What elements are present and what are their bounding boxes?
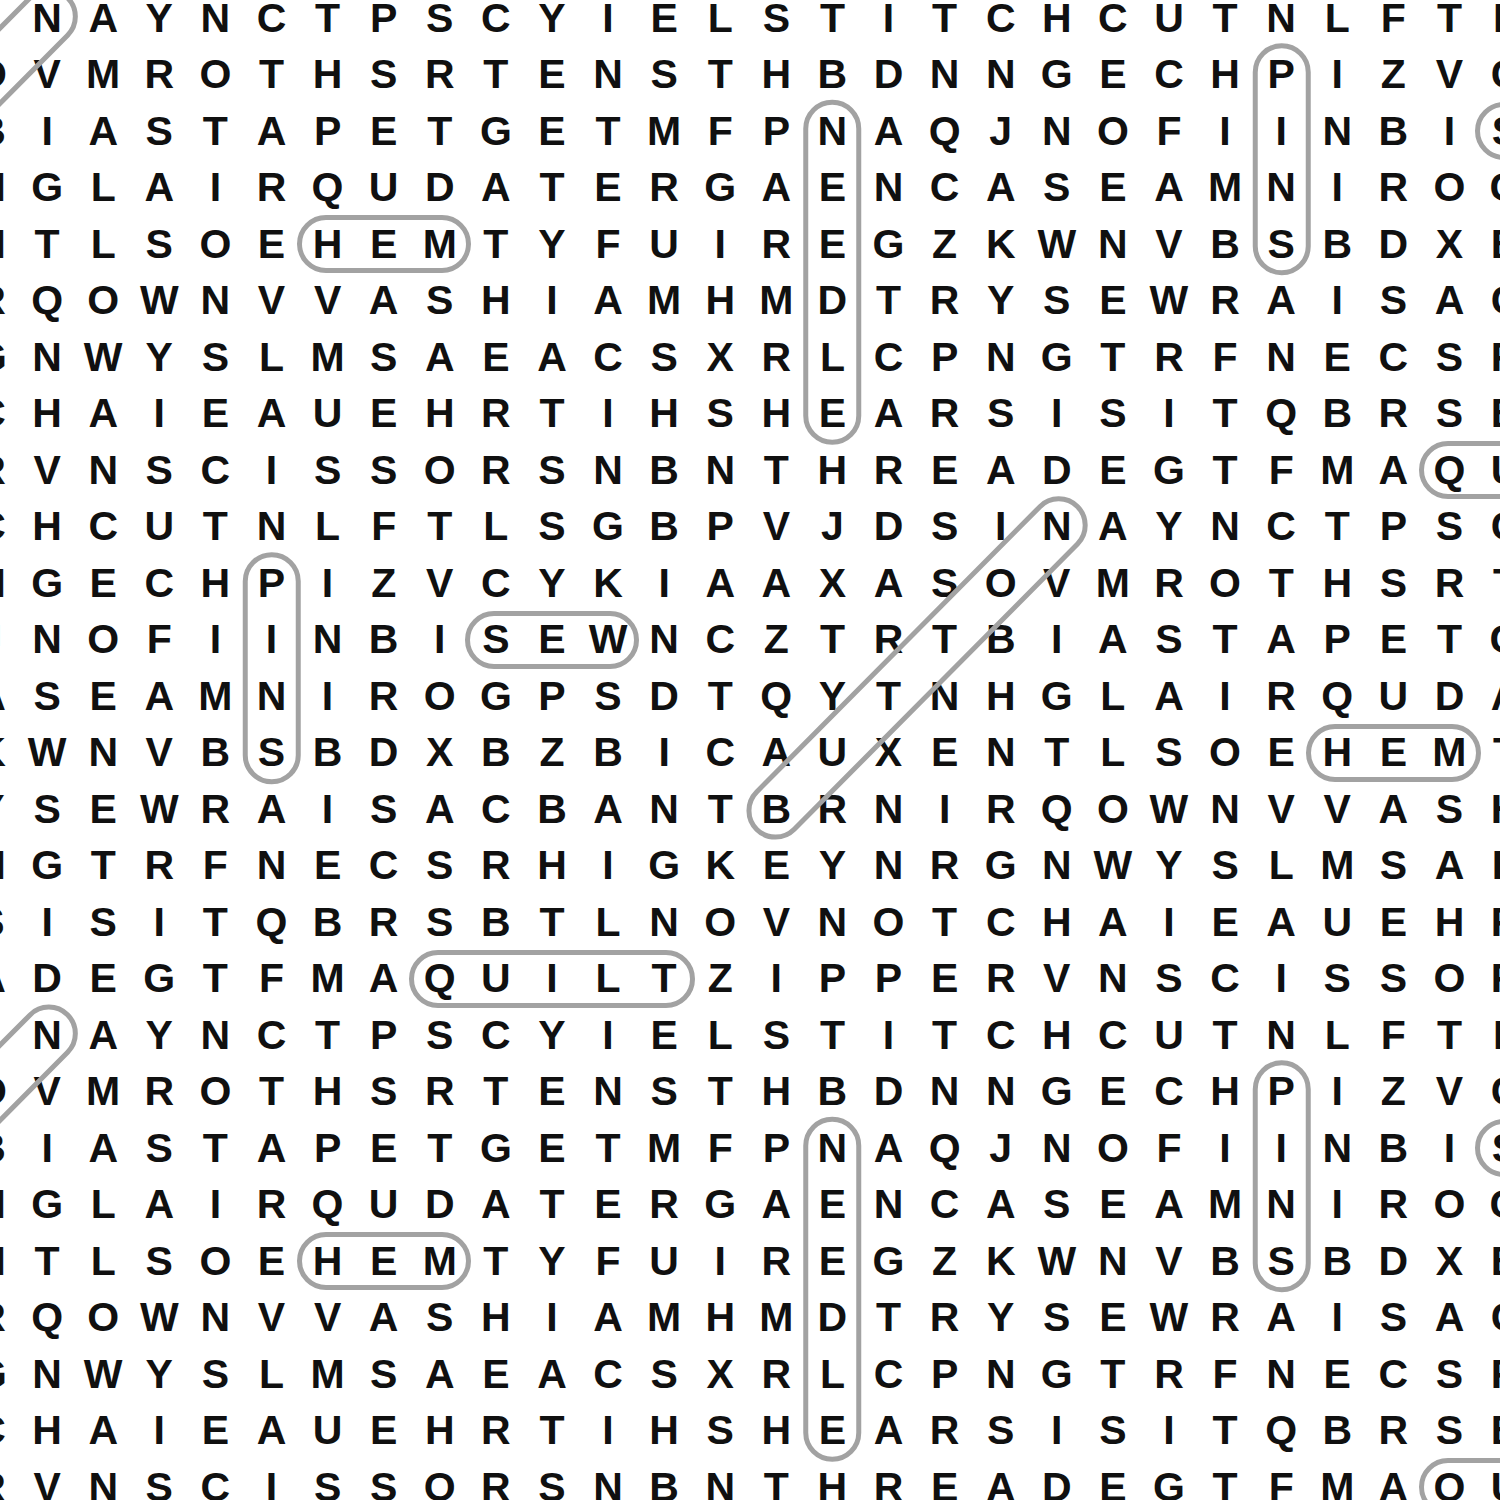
grid-cell-r4-c7: U [356, 159, 412, 216]
grid-cell-r2-c25: Z [1365, 46, 1421, 103]
grid-cell-r20-c7: S [356, 1063, 412, 1120]
grid-cell-r19-c25: F [1365, 1007, 1421, 1064]
grid-cell-r10-c1: H [19, 498, 75, 555]
grid-cell-r24-c16: T [860, 1289, 916, 1346]
grid-cell-r8-c23: Q [1253, 385, 1309, 442]
grid-cell-r21-c19: N [1029, 1120, 1085, 1177]
grid-cell-r21-c1: I [19, 1120, 75, 1177]
grid-cell-r14-c21: S [1141, 724, 1197, 781]
grid-cell-r12-c20: A [1085, 611, 1141, 668]
grid-cell-r10-c3: U [131, 498, 187, 555]
grid-cell-r12-c6: N [300, 611, 356, 668]
grid-cell-r18-c21: S [1141, 950, 1197, 1007]
grid-cell-r21-c16: A [860, 1120, 916, 1177]
grid-cell-r11-c15: X [804, 555, 860, 612]
grid-cell-r23-c24: B [1309, 1233, 1365, 1290]
grid-cell-r21-c26: I [1421, 1120, 1477, 1177]
grid-cell-r11-c14: A [748, 555, 804, 612]
grid-cell-r6-c14: M [748, 272, 804, 329]
grid-cell-r17-c13: O [692, 894, 748, 951]
grid-cell-r22-c11: E [580, 1176, 636, 1233]
grid-cell-r25-c17: P [917, 1346, 973, 1403]
grid-cell-r23-c21: V [1141, 1233, 1197, 1290]
grid-cell-r23-c17: Z [917, 1233, 973, 1290]
grid-cell-r12-c26: T [1421, 611, 1477, 668]
grid-cell-r17-c12: N [636, 894, 692, 951]
grid-cell-r27-c7: S [356, 1459, 412, 1500]
grid-cell-r17-c22: E [1197, 894, 1253, 951]
grid-cell-r23-c7: E [356, 1233, 412, 1290]
grid-cell-r16-c18: G [973, 837, 1029, 894]
grid-cell-r22-c23: N [1253, 1176, 1309, 1233]
grid-cell-r2-c21: C [1141, 46, 1197, 103]
grid-cell-r7-c18: N [973, 329, 1029, 386]
grid-cell-r10-c22: N [1197, 498, 1253, 555]
grid-cell-r19-c17: T [917, 1007, 973, 1064]
grid-cell-r5-c20: N [1085, 216, 1141, 273]
grid-cell-r14-c25: E [1365, 724, 1421, 781]
grid-cell-r6-c27: C [1477, 272, 1500, 329]
grid-cell-r21-c18: J [973, 1120, 1029, 1177]
grid-cell-r8-c3: I [131, 385, 187, 442]
grid-cell-r13-c12: D [636, 668, 692, 725]
grid-cell-r9-c15: H [804, 442, 860, 499]
grid-cell-r8-c9: R [468, 385, 524, 442]
grid-cell-r26-c0: C [0, 1402, 19, 1459]
grid-cell-r22-c21: A [1141, 1176, 1197, 1233]
grid-cell-r20-c12: S [636, 1063, 692, 1120]
grid-cell-r7-c6: M [300, 329, 356, 386]
grid-cell-r19-c22: T [1197, 1007, 1253, 1064]
grid-cell-r8-c11: I [580, 385, 636, 442]
grid-cell-r9-c9: R [468, 442, 524, 499]
grid-cell-r19-c6: T [300, 1007, 356, 1064]
grid-cell-r6-c9: H [468, 272, 524, 329]
grid-cell-r1-c17: T [917, 0, 973, 46]
grid-cell-r6-c25: S [1365, 272, 1421, 329]
grid-cell-r1-c11: I [580, 0, 636, 46]
grid-cell-r14-c26: M [1421, 724, 1477, 781]
grid-cell-r6-c13: H [692, 272, 748, 329]
grid-cell-r26-c7: E [356, 1402, 412, 1459]
grid-cell-r27-c8: O [412, 1459, 468, 1500]
grid-cell-r6-c21: W [1141, 272, 1197, 329]
grid-cell-r6-c24: I [1309, 272, 1365, 329]
grid-cell-r25-c11: C [580, 1346, 636, 1403]
grid-cell-r22-c3: A [131, 1176, 187, 1233]
grid-cell-r22-c1: G [19, 1176, 75, 1233]
grid-cell-r24-c3: W [131, 1289, 187, 1346]
grid-cell-r2-c1: V [19, 46, 75, 103]
grid-cell-r24-c25: S [1365, 1289, 1421, 1346]
grid-cell-r11-c6: I [300, 555, 356, 612]
grid-cell-r5-c0: N [0, 216, 19, 273]
grid-cell-r2-c9: T [468, 46, 524, 103]
grid-cell-r20-c0: O [0, 1063, 19, 1120]
grid-cell-r15-c25: A [1365, 781, 1421, 838]
grid-cell-r22-c15: E [804, 1176, 860, 1233]
grid-cell-r20-c14: H [748, 1063, 804, 1120]
grid-cell-r27-c5: I [243, 1459, 299, 1500]
grid-cell-r11-c26: R [1421, 555, 1477, 612]
grid-cell-r9-c14: T [748, 442, 804, 499]
grid-cell-r3-c1: I [19, 103, 75, 160]
grid-cell-r13-c13: T [692, 668, 748, 725]
grid-cell-r12-c18: B [973, 611, 1029, 668]
grid-cell-r1-c24: L [1309, 0, 1365, 46]
grid-cell-r13-c1: S [19, 668, 75, 725]
grid-cell-r23-c1: T [19, 1233, 75, 1290]
grid-cell-r9-c20: E [1085, 442, 1141, 499]
grid-cell-r26-c22: T [1197, 1402, 1253, 1459]
grid-cell-r10-c17: S [917, 498, 973, 555]
grid-cell-r16-c17: R [917, 837, 973, 894]
grid-cell-r17-c5: Q [243, 894, 299, 951]
grid-cell-r12-c3: F [131, 611, 187, 668]
grid-cell-r12-c14: Z [748, 611, 804, 668]
grid-cell-r8-c10: T [524, 385, 580, 442]
grid-cell-r25-c8: A [412, 1346, 468, 1403]
grid-cell-r23-c12: U [636, 1233, 692, 1290]
grid-cell-r23-c25: D [1365, 1233, 1421, 1290]
grid-cell-r2-c15: B [804, 46, 860, 103]
grid-cell-r10-c9: L [468, 498, 524, 555]
grid-cell-r4-c4: I [187, 159, 243, 216]
grid-cell-r27-c16: R [860, 1459, 916, 1500]
grid-cell-r12-c19: I [1029, 611, 1085, 668]
grid-cell-r18-c2: E [75, 950, 131, 1007]
grid-cell-r25-c20: T [1085, 1346, 1141, 1403]
grid-cell-r17-c0: S [0, 894, 19, 951]
grid-cell-r12-c25: E [1365, 611, 1421, 668]
grid-cell-r16-c2: T [75, 837, 131, 894]
grid-cell-r18-c19: V [1029, 950, 1085, 1007]
grid-cell-r9-c7: S [356, 442, 412, 499]
grid-cell-r14-c0: K [0, 724, 19, 781]
grid-cell-r18-c14: I [748, 950, 804, 1007]
grid-cell-r14-c23: E [1253, 724, 1309, 781]
grid-cell-r13-c14: Q [748, 668, 804, 725]
grid-cell-r22-c19: S [1029, 1176, 1085, 1233]
grid-cell-r13-c22: I [1197, 668, 1253, 725]
grid-cell-r11-c11: K [580, 555, 636, 612]
grid-cell-r20-c27: C [1477, 1063, 1500, 1120]
grid-cell-r12-c2: O [75, 611, 131, 668]
grid-cell-r25-c1: N [19, 1346, 75, 1403]
grid-cell-r2-c8: R [412, 46, 468, 103]
grid-cell-r8-c27: B [1477, 385, 1500, 442]
grid-cell-r9-c25: A [1365, 442, 1421, 499]
grid-cell-r4-c19: S [1029, 159, 1085, 216]
grid-cell-r6-c22: R [1197, 272, 1253, 329]
grid-cell-r3-c27: S [1477, 103, 1500, 160]
grid-cell-r20-c1: V [19, 1063, 75, 1120]
grid-cell-r16-c5: N [243, 837, 299, 894]
grid-cell-r12-c1: N [19, 611, 75, 668]
grid-cell-r7-c17: P [917, 329, 973, 386]
grid-cell-r22-c17: C [917, 1176, 973, 1233]
grid-cell-r15-c6: I [300, 781, 356, 838]
grid-cell-r22-c12: R [636, 1176, 692, 1233]
grid-cell-r15-c19: Q [1029, 781, 1085, 838]
grid-cell-r21-c27: S [1477, 1120, 1500, 1177]
grid-cell-r24-c21: W [1141, 1289, 1197, 1346]
grid-cell-r26-c25: R [1365, 1402, 1421, 1459]
grid-cell-r1-c25: F [1365, 0, 1421, 46]
grid-cell-r5-c2: L [75, 216, 131, 273]
grid-cell-r11-c7: Z [356, 555, 412, 612]
grid-cell-r26-c8: H [412, 1402, 468, 1459]
grid-cell-r4-c16: N [860, 159, 916, 216]
grid-cell-r23-c26: X [1421, 1233, 1477, 1290]
grid-cell-r5-c1: T [19, 216, 75, 273]
grid-cell-r18-c5: F [243, 950, 299, 1007]
grid-cell-r8-c25: R [1365, 385, 1421, 442]
grid-cell-r10-c7: F [356, 498, 412, 555]
grid-cell-r23-c27: B [1477, 1233, 1500, 1290]
grid-cell-r16-c4: F [187, 837, 243, 894]
grid-cell-r8-c15: E [804, 385, 860, 442]
grid-cell-r7-c27: R [1477, 329, 1500, 386]
grid-cell-r8-c5: A [243, 385, 299, 442]
grid-cell-r15-c15: R [804, 781, 860, 838]
grid-cell-r24-c7: A [356, 1289, 412, 1346]
grid-cell-r20-c21: C [1141, 1063, 1197, 1120]
grid-cell-r8-c16: A [860, 385, 916, 442]
grid-cell-r25-c14: R [748, 1346, 804, 1403]
grid-cell-r24-c24: I [1309, 1289, 1365, 1346]
grid-cell-r20-c15: B [804, 1063, 860, 1120]
grid-cell-r3-c12: M [636, 103, 692, 160]
grid-cell-r3-c17: Q [917, 103, 973, 160]
grid-cell-r14-c16: X [860, 724, 916, 781]
grid-cell-r6-c17: R [917, 272, 973, 329]
grid-cell-r19-c1: N [19, 1007, 75, 1064]
grid-cell-r11-c23: T [1253, 555, 1309, 612]
grid-cell-r21-c25: B [1365, 1120, 1421, 1177]
grid-cell-r21-c0: B [0, 1120, 19, 1177]
grid-cell-r9-c2: N [75, 442, 131, 499]
grid-cell-r21-c8: T [412, 1120, 468, 1177]
grid-cell-r26-c12: H [636, 1402, 692, 1459]
grid-cell-r2-c2: M [75, 46, 131, 103]
grid-cell-r6-c0: R [0, 272, 19, 329]
grid-cell-r17-c21: I [1141, 894, 1197, 951]
grid-cell-r12-c4: I [187, 611, 243, 668]
grid-cell-r14-c13: C [692, 724, 748, 781]
grid-cell-r12-c23: A [1253, 611, 1309, 668]
grid-cell-r1-c5: C [243, 0, 299, 46]
grid-cell-r17-c23: A [1253, 894, 1309, 951]
grid-cell-r5-c26: X [1421, 216, 1477, 273]
grid-cell-r9-c17: E [917, 442, 973, 499]
grid-cell-r7-c21: R [1141, 329, 1197, 386]
grid-cell-r27-c17: E [917, 1459, 973, 1500]
grid-cell-r12-c7: B [356, 611, 412, 668]
grid-cell-r20-c25: Z [1365, 1063, 1421, 1120]
grid-cell-r15-c3: W [131, 781, 187, 838]
grid-cell-r2-c0: O [0, 46, 19, 103]
grid-cell-r6-c8: S [412, 272, 468, 329]
grid-cell-r21-c15: N [804, 1120, 860, 1177]
grid-cell-r1-c20: C [1085, 0, 1141, 46]
grid-cell-r5-c12: U [636, 216, 692, 273]
grid-cell-r6-c5: V [243, 272, 299, 329]
grid-cell-r25-c7: S [356, 1346, 412, 1403]
grid-cell-r26-c2: A [75, 1402, 131, 1459]
grid-cell-r26-c15: E [804, 1402, 860, 1459]
grid-cell-r24-c2: O [75, 1289, 131, 1346]
grid-cell-r24-c11: A [580, 1289, 636, 1346]
grid-cell-r4-c11: E [580, 159, 636, 216]
grid-cell-r4-c21: A [1141, 159, 1197, 216]
grid-cell-r16-c13: K [692, 837, 748, 894]
grid-cell-r11-c24: H [1309, 555, 1365, 612]
grid-cell-r17-c20: A [1085, 894, 1141, 951]
grid-cell-r19-c14: S [748, 1007, 804, 1064]
grid-cell-r5-c9: T [468, 216, 524, 273]
grid-cell-r13-c23: R [1253, 668, 1309, 725]
grid-cell-r21-c5: A [243, 1120, 299, 1177]
grid-cell-r26-c11: I [580, 1402, 636, 1459]
grid-cell-r18-c8: Q [412, 950, 468, 1007]
grid-cell-r26-c4: E [187, 1402, 243, 1459]
grid-cell-r10-c25: P [1365, 498, 1421, 555]
grid-cell-r13-c26: D [1421, 668, 1477, 725]
grid-cell-r25-c19: G [1029, 1346, 1085, 1403]
grid-cell-r1-c26: T [1421, 0, 1477, 46]
grid-cell-r22-c10: T [524, 1176, 580, 1233]
grid-cell-r9-c26: Q [1421, 442, 1477, 499]
grid-cell-r1-c12: E [636, 0, 692, 46]
grid-cell-r15-c18: R [973, 781, 1029, 838]
grid-cell-r27-c10: S [524, 1459, 580, 1500]
grid-cell-r10-c0: C [0, 498, 19, 555]
grid-cell-r26-c1: H [19, 1402, 75, 1459]
grid-cell-r5-c14: R [748, 216, 804, 273]
grid-cell-r11-c3: C [131, 555, 187, 612]
grid-cell-r16-c24: M [1309, 837, 1365, 894]
grid-cell-r25-c27: R [1477, 1346, 1500, 1403]
grid-cell-r17-c1: I [19, 894, 75, 951]
grid-cell-r9-c1: V [19, 442, 75, 499]
grid-cell-r21-c13: F [692, 1120, 748, 1177]
grid-cell-r8-c6: U [300, 385, 356, 442]
grid-cell-r23-c19: W [1029, 1233, 1085, 1290]
grid-cell-r8-c13: S [692, 385, 748, 442]
grid-cell-r7-c16: C [860, 329, 916, 386]
grid-cell-r24-c12: M [636, 1289, 692, 1346]
grid-cell-r9-c8: O [412, 442, 468, 499]
grid-cell-r21-c6: P [300, 1120, 356, 1177]
grid-cell-r2-c23: P [1253, 46, 1309, 103]
grid-cell-r6-c26: A [1421, 272, 1477, 329]
grid-cell-r9-c23: F [1253, 442, 1309, 499]
grid-cell-r14-c2: N [75, 724, 131, 781]
grid-cell-r3-c0: B [0, 103, 19, 160]
grid-cell-r19-c7: P [356, 1007, 412, 1064]
grid-cell-r27-c21: G [1141, 1459, 1197, 1500]
grid-cell-r10-c6: L [300, 498, 356, 555]
grid-cell-r10-c21: Y [1141, 498, 1197, 555]
grid-cell-r27-c0: R [0, 1459, 19, 1500]
grid-cell-r16-c3: R [131, 837, 187, 894]
grid-cell-r22-c5: R [243, 1176, 299, 1233]
grid-cell-r5-c13: I [692, 216, 748, 273]
grid-cell-r26-c3: I [131, 1402, 187, 1459]
grid-cell-r4-c18: A [973, 159, 1029, 216]
grid-cell-r23-c13: I [692, 1233, 748, 1290]
grid-cell-r2-c16: D [860, 46, 916, 103]
grid-cell-r5-c18: K [973, 216, 1029, 273]
grid-cell-r10-c10: S [524, 498, 580, 555]
grid-cell-r23-c2: L [75, 1233, 131, 1290]
grid-cell-r17-c27: R [1477, 894, 1500, 951]
grid-cell-r2-c12: S [636, 46, 692, 103]
grid-cell-r10-c18: I [973, 498, 1029, 555]
grid-cell-r19-c2: A [75, 1007, 131, 1064]
grid-cell-r25-c9: E [468, 1346, 524, 1403]
grid-cell-r21-c9: G [468, 1120, 524, 1177]
grid-cell-r3-c2: A [75, 103, 131, 160]
grid-cell-r21-c3: S [131, 1120, 187, 1177]
grid-cell-r5-c16: G [860, 216, 916, 273]
grid-cell-r2-c14: H [748, 46, 804, 103]
grid-cell-r20-c6: H [300, 1063, 356, 1120]
grid-cell-r26-c9: R [468, 1402, 524, 1459]
grid-cell-r6-c6: V [300, 272, 356, 329]
grid-cell-r15-c4: R [187, 781, 243, 838]
grid-cell-r14-c15: U [804, 724, 860, 781]
grid-cell-r13-c27: A [1477, 668, 1500, 725]
grid-cell-r14-c24: H [1309, 724, 1365, 781]
grid-cell-r22-c6: Q [300, 1176, 356, 1233]
grid-cell-r12-c17: T [917, 611, 973, 668]
grid-cell-r26-c16: A [860, 1402, 916, 1459]
grid-cell-r3-c20: O [1085, 103, 1141, 160]
grid-cell-r9-c16: R [860, 442, 916, 499]
grid-cell-r12-c9: S [468, 611, 524, 668]
grid-cell-r21-c4: T [187, 1120, 243, 1177]
grid-cell-r15-c24: V [1309, 781, 1365, 838]
grid-cell-r20-c22: H [1197, 1063, 1253, 1120]
grid-cell-r5-c5: E [243, 216, 299, 273]
grid-cell-r4-c12: R [636, 159, 692, 216]
grid-cell-r3-c6: P [300, 103, 356, 160]
grid-cell-r3-c14: P [748, 103, 804, 160]
grid-cell-r15-c11: A [580, 781, 636, 838]
grid-cell-r22-c4: I [187, 1176, 243, 1233]
grid-cell-r4-c15: E [804, 159, 860, 216]
grid-cell-r23-c22: B [1197, 1233, 1253, 1290]
grid-cell-r6-c18: Y [973, 272, 1029, 329]
grid-cell-r24-c10: I [524, 1289, 580, 1346]
grid-cell-r11-c8: V [412, 555, 468, 612]
grid-cell-r21-c14: P [748, 1120, 804, 1177]
grid-cell-r27-c27: U [1477, 1459, 1500, 1500]
grid-cell-r5-c4: O [187, 216, 243, 273]
grid-cell-r26-c26: S [1421, 1402, 1477, 1459]
grid-cell-r18-c24: S [1309, 950, 1365, 1007]
grid-cell-r11-c16: A [860, 555, 916, 612]
grid-cell-r10-c2: C [75, 498, 131, 555]
grid-cell-r13-c21: A [1141, 668, 1197, 725]
grid-cell-r7-c0: G [0, 329, 19, 386]
grid-cell-r11-c22: O [1197, 555, 1253, 612]
grid-cell-r15-c1: S [19, 781, 75, 838]
grid-cell-r8-c14: H [748, 385, 804, 442]
grid-cell-r27-c2: N [75, 1459, 131, 1500]
